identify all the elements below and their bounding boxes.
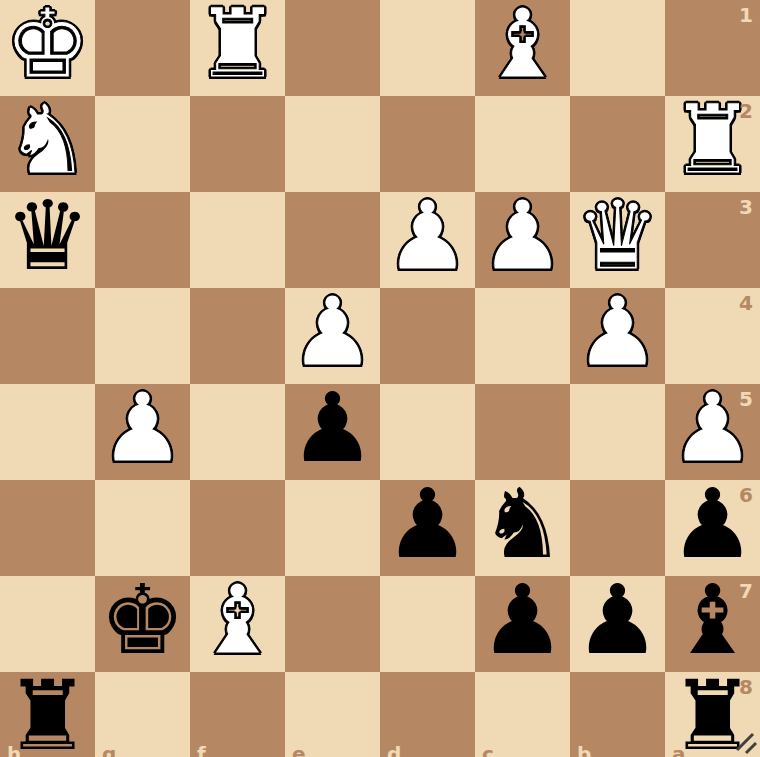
square-d7[interactable] — [380, 576, 475, 672]
square-e5[interactable]: ♟ — [285, 384, 380, 480]
file-label-a: a — [672, 744, 686, 757]
square-b2[interactable] — [570, 96, 665, 192]
square-b1[interactable] — [570, 0, 665, 96]
rank-label-5: 5 — [739, 389, 753, 409]
square-a3[interactable]: 3 — [665, 192, 760, 288]
square-c2[interactable] — [475, 96, 570, 192]
square-g1[interactable] — [95, 0, 190, 96]
rank-label-4: 4 — [739, 293, 753, 313]
square-e8[interactable]: e — [285, 672, 380, 757]
square-h5[interactable] — [0, 384, 95, 480]
black-knight[interactable]: ♞ — [479, 476, 565, 572]
square-e4[interactable]: ♟ — [285, 288, 380, 384]
square-h2[interactable]: ♞ — [0, 96, 95, 192]
square-f5[interactable] — [190, 384, 285, 480]
square-g3[interactable] — [95, 192, 190, 288]
white-pawn[interactable]: ♟ — [479, 188, 565, 284]
file-label-b: b — [577, 744, 591, 757]
black-queen[interactable]: ♛ — [4, 188, 90, 284]
file-label-f: f — [197, 744, 206, 757]
white-pawn[interactable]: ♟ — [384, 188, 470, 284]
white-pawn[interactable]: ♟ — [99, 380, 185, 476]
square-f1[interactable]: ♜ — [190, 0, 285, 96]
black-king[interactable]: ♚ — [99, 572, 185, 668]
black-pawn[interactable]: ♟ — [479, 572, 565, 668]
square-e7[interactable] — [285, 576, 380, 672]
file-label-d: d — [387, 744, 401, 757]
square-e1[interactable] — [285, 0, 380, 96]
square-f8[interactable]: f — [190, 672, 285, 757]
rank-label-1: 1 — [739, 5, 753, 25]
square-f6[interactable] — [190, 480, 285, 576]
chess-board: ♚♜♝1♞2♜♛♟♟♛3♟♟4♟♟5♟♟♞6♟♚♝♟♟7♝h♜gfedcb8a♜ — [0, 0, 760, 757]
square-f4[interactable] — [190, 288, 285, 384]
rank-label-7: 7 — [739, 581, 753, 601]
white-pawn[interactable]: ♟ — [574, 284, 660, 380]
square-g4[interactable] — [95, 288, 190, 384]
square-a5[interactable]: 5♟ — [665, 384, 760, 480]
square-d4[interactable] — [380, 288, 475, 384]
square-a4[interactable]: 4 — [665, 288, 760, 384]
file-label-h: h — [7, 744, 21, 757]
file-label-g: g — [102, 744, 116, 757]
black-pawn[interactable]: ♟ — [574, 572, 660, 668]
square-d1[interactable] — [380, 0, 475, 96]
square-b7[interactable]: ♟ — [570, 576, 665, 672]
square-d3[interactable]: ♟ — [380, 192, 475, 288]
square-d6[interactable]: ♟ — [380, 480, 475, 576]
square-h7[interactable] — [0, 576, 95, 672]
square-d5[interactable] — [380, 384, 475, 480]
square-c7[interactable]: ♟ — [475, 576, 570, 672]
square-h6[interactable] — [0, 480, 95, 576]
square-b3[interactable]: ♛ — [570, 192, 665, 288]
white-knight[interactable]: ♞ — [4, 92, 90, 188]
black-pawn[interactable]: ♟ — [384, 476, 470, 572]
square-e3[interactable] — [285, 192, 380, 288]
square-c5[interactable] — [475, 384, 570, 480]
square-h4[interactable] — [0, 288, 95, 384]
white-queen[interactable]: ♛ — [574, 188, 660, 284]
square-b5[interactable] — [570, 384, 665, 480]
square-c3[interactable]: ♟ — [475, 192, 570, 288]
resize-grip-icon[interactable] — [730, 727, 758, 755]
rank-label-2: 2 — [739, 101, 753, 121]
rank-label-3: 3 — [739, 197, 753, 217]
square-f3[interactable] — [190, 192, 285, 288]
square-h3[interactable]: ♛ — [0, 192, 95, 288]
square-g7[interactable]: ♚ — [95, 576, 190, 672]
square-g8[interactable]: g — [95, 672, 190, 757]
white-rook[interactable]: ♜ — [194, 0, 280, 92]
black-pawn[interactable]: ♟ — [289, 380, 375, 476]
square-c4[interactable] — [475, 288, 570, 384]
square-f2[interactable] — [190, 96, 285, 192]
white-king[interactable]: ♚ — [4, 0, 90, 92]
square-a2[interactable]: 2♜ — [665, 96, 760, 192]
square-b4[interactable]: ♟ — [570, 288, 665, 384]
square-a7[interactable]: 7♝ — [665, 576, 760, 672]
file-label-c: c — [482, 744, 494, 757]
square-f7[interactable]: ♝ — [190, 576, 285, 672]
rank-label-8: 8 — [739, 677, 753, 697]
square-g5[interactable]: ♟ — [95, 384, 190, 480]
white-bishop[interactable]: ♝ — [194, 572, 280, 668]
white-pawn[interactable]: ♟ — [289, 284, 375, 380]
square-b6[interactable] — [570, 480, 665, 576]
square-d2[interactable] — [380, 96, 475, 192]
square-g6[interactable] — [95, 480, 190, 576]
white-bishop[interactable]: ♝ — [479, 0, 565, 92]
square-h1[interactable]: ♚ — [0, 0, 95, 96]
square-e2[interactable] — [285, 96, 380, 192]
square-c1[interactable]: ♝ — [475, 0, 570, 96]
square-d8[interactable]: d — [380, 672, 475, 757]
square-b8[interactable]: b — [570, 672, 665, 757]
square-a1[interactable]: 1 — [665, 0, 760, 96]
square-c8[interactable]: c — [475, 672, 570, 757]
square-h8[interactable]: h♜ — [0, 672, 95, 757]
rank-label-6: 6 — [739, 485, 753, 505]
square-e6[interactable] — [285, 480, 380, 576]
square-a6[interactable]: 6♟ — [665, 480, 760, 576]
square-c6[interactable]: ♞ — [475, 480, 570, 576]
file-label-e: e — [292, 744, 306, 757]
square-g2[interactable] — [95, 96, 190, 192]
